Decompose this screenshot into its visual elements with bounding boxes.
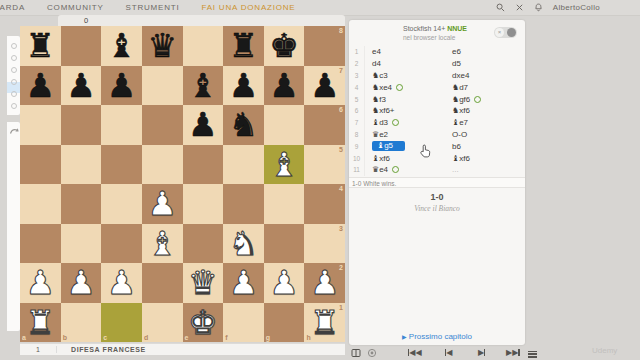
white-pawn-a2[interactable]: ♟ (20, 263, 61, 303)
black-move-5[interactable]: ♞gf6 (445, 93, 525, 105)
nav-item-guarda[interactable]: GUARDA (0, 3, 25, 12)
result-strip: 1-0 White wins. (349, 177, 525, 188)
square-e8[interactable] (183, 26, 224, 66)
menu-icon[interactable] (528, 346, 537, 359)
coord-file-d: d (144, 334, 148, 341)
next-chapter-label: Prossimo capitolo (409, 332, 472, 341)
square-b2[interactable]: ♟ (61, 263, 102, 303)
white-bishop-d3[interactable]: ♝ (142, 224, 183, 264)
square-g2[interactable]: ♟ (264, 263, 305, 303)
square-b6[interactable] (61, 105, 102, 145)
square-b1[interactable]: b (61, 303, 102, 343)
coord-file-c: c (103, 334, 107, 341)
square-c3[interactable] (101, 224, 142, 264)
white-move-7[interactable]: ♝d3 (365, 117, 445, 129)
square-d8[interactable]: ♛ (142, 26, 183, 66)
square-e1[interactable]: ♚e (183, 303, 224, 343)
back-icon[interactable]: ◀ (445, 346, 452, 359)
white-move-9[interactable]: ♝g5 (365, 140, 445, 152)
move-number: 6 (349, 105, 365, 117)
square-f6[interactable]: ♞ (223, 105, 264, 145)
coord-rank-4: 4 (339, 185, 343, 192)
square-a4[interactable] (20, 184, 61, 224)
square-g1[interactable]: g (264, 303, 305, 343)
coord-rank-7: 7 (339, 67, 343, 74)
square-f3[interactable]: ♞ (223, 224, 264, 264)
nav-item-donate[interactable]: FAI UNA DONAZIONE (201, 3, 295, 12)
engine-toggle[interactable]: × (494, 27, 517, 38)
move-row-1: 1e4e6 (349, 46, 525, 58)
black-rook-a8[interactable]: ♜ (20, 26, 61, 66)
white-king-e1[interactable]: ♚ (183, 303, 224, 343)
to-end-icon[interactable]: ▶▶ (506, 346, 520, 359)
coord-file-f: f (225, 334, 227, 341)
white-knight-f3[interactable]: ♞ (223, 224, 264, 264)
square-f7[interactable]: ♟ (223, 66, 264, 106)
white-move-6[interactable]: ♞xf6+ (365, 105, 445, 117)
radio-icon[interactable] (11, 79, 17, 85)
square-h4[interactable]: 4 (304, 184, 345, 224)
engine-nnue-badge: NNUE (447, 25, 467, 32)
white-move-8[interactable]: ♛e2 (365, 129, 445, 141)
square-d1[interactable]: d (142, 303, 183, 343)
square-a6[interactable] (20, 105, 61, 145)
square-g4[interactable] (264, 184, 305, 224)
black-move-1[interactable]: e6 (445, 46, 525, 58)
square-c7[interactable]: ♟ (101, 66, 142, 106)
white-move-2[interactable]: d4 (365, 58, 445, 70)
square-h2[interactable]: ♟2 (304, 263, 345, 303)
white-queen-e2[interactable]: ♛ (183, 263, 224, 303)
move-number: 1 (349, 46, 365, 58)
move-row-5: 5♞f3♞gf6 (349, 93, 525, 105)
radio-icon[interactable] (11, 91, 17, 97)
black-move-4[interactable]: ♞d7 (445, 81, 525, 93)
black-move-7[interactable]: ♝e7 (445, 117, 525, 129)
square-c4[interactable] (101, 184, 142, 224)
move-number: 4 (349, 81, 365, 93)
white-move-5[interactable]: ♞f3 (365, 93, 445, 105)
square-h6[interactable]: 6 (304, 105, 345, 145)
square-g7[interactable]: ♟ (264, 66, 305, 106)
square-e7[interactable]: ♝ (183, 66, 224, 106)
square-b3[interactable] (61, 224, 102, 264)
square-f1[interactable]: f (223, 303, 264, 343)
white-pawn-b2[interactable]: ♟ (61, 263, 102, 303)
square-a3[interactable] (20, 224, 61, 264)
white-pawn-g2[interactable]: ♟ (264, 263, 305, 303)
left-panel-fragment-top (7, 36, 20, 115)
black-move-9[interactable]: b6 (445, 140, 525, 152)
square-f4[interactable] (223, 184, 264, 224)
left-panel-fragment-bottom (7, 122, 20, 331)
forward-icon[interactable]: ▶ (478, 346, 485, 359)
square-b4[interactable] (61, 184, 102, 224)
toggle-x-icon: × (495, 28, 504, 37)
coord-file-g: g (266, 334, 270, 341)
chapter-bar[interactable]: 1 DIFESA FRANCESE (20, 343, 345, 355)
black-move-3[interactable]: dxe4 (445, 70, 525, 82)
black-move-10[interactable]: ♝xf6 (445, 152, 525, 164)
black-pawn-b7[interactable]: ♟ (61, 66, 102, 106)
square-b5[interactable] (61, 145, 102, 185)
black-pawn-a7[interactable]: ♟ (20, 66, 61, 106)
move-list: 1e4e62d4d53♞c3dxe44♞xe4♞d75♞f3♞gf66♞xf6+… (349, 46, 525, 176)
board-tab-strip[interactable]: 0 (58, 15, 345, 26)
move-row-4: 4♞xe4♞d7 (349, 81, 525, 93)
white-bishop-g5[interactable]: ♝ (264, 145, 305, 185)
square-g3[interactable] (264, 224, 305, 264)
move-number: 10 (349, 152, 365, 164)
black-bishop-e7[interactable]: ♝ (183, 66, 224, 106)
square-c6[interactable] (101, 105, 142, 145)
coord-rank-5: 5 (339, 146, 343, 153)
square-h5[interactable]: 5 (304, 145, 345, 185)
black-move-8[interactable]: O-O (445, 129, 525, 141)
nav-item-strumenti[interactable]: STRUMENTI (126, 3, 180, 12)
watermark: Udemy (592, 346, 617, 355)
white-pawn-c2[interactable]: ♟ (101, 263, 142, 303)
square-e2[interactable]: ♛ (183, 263, 224, 303)
square-d7[interactable] (142, 66, 183, 106)
square-h8[interactable]: 8 (304, 26, 345, 66)
square-f5[interactable] (223, 145, 264, 185)
black-move-6[interactable]: ♞xf6 (445, 105, 525, 117)
square-g8[interactable]: ♚ (264, 26, 305, 66)
move-row-6: 6♞xf6+♞xf6 (349, 105, 525, 117)
annotation-circle-icon (392, 166, 399, 173)
black-bishop-c8[interactable]: ♝ (101, 26, 142, 66)
move-number: 2 (349, 58, 365, 70)
white-pawn-d4[interactable]: ♟ (142, 184, 183, 224)
square-a5[interactable] (20, 145, 61, 185)
move-row-3: 3♞c3dxe4 (349, 70, 525, 82)
search-icon[interactable] (496, 3, 505, 12)
radio-icon[interactable] (11, 55, 17, 61)
move-row-9: 9♝g5b6 (349, 140, 525, 152)
square-e4[interactable] (183, 184, 224, 224)
square-c1[interactable]: c (101, 303, 142, 343)
white-move-3[interactable]: ♞c3 (365, 70, 445, 82)
white-move-11[interactable]: ♛e4 (365, 164, 445, 176)
top-nav: GUARDA COMMUNITY STRUMENTI FAI UNA DONAZ… (0, 0, 640, 16)
coord-file-e: e (185, 334, 189, 341)
square-e3[interactable] (183, 224, 224, 264)
chapter-title: DIFESA FRANCESE (57, 346, 146, 353)
nav-user-area: AlbertoCollo (496, 3, 600, 12)
board-icon[interactable] (351, 346, 361, 360)
cross-icon[interactable] (515, 3, 524, 12)
coord-rank-8: 8 (339, 27, 343, 34)
square-d4[interactable]: ♟ (142, 184, 183, 224)
square-h7[interactable]: ♟7 (304, 66, 345, 106)
square-c2[interactable]: ♟ (101, 263, 142, 303)
square-d2[interactable] (142, 263, 183, 303)
annotation-circle-icon (396, 84, 403, 91)
black-rook-f8[interactable]: ♜ (223, 26, 264, 66)
move-row-10: 10♝xf6♝xf6 (349, 152, 525, 164)
radio-icon[interactable] (11, 103, 17, 109)
username[interactable]: AlbertoCollo (553, 3, 600, 12)
square-f2[interactable]: ♟ (223, 263, 264, 303)
engine-location: nel browser locale (403, 33, 467, 42)
square-d3[interactable]: ♝ (142, 224, 183, 264)
square-d6[interactable] (142, 105, 183, 145)
study-screen: GUARDA COMMUNITY STRUMENTI FAI UNA DONAZ… (0, 0, 640, 360)
square-g5[interactable]: ♝ (264, 145, 305, 185)
analysis-panel: Stockfish 14+ NNUE nel browser locale × … (349, 20, 525, 345)
square-d5[interactable] (142, 145, 183, 185)
coord-file-b: b (63, 334, 67, 341)
square-a8[interactable]: ♜ (20, 26, 61, 66)
move-number: 7 (349, 117, 365, 129)
radio-icon[interactable] (11, 67, 17, 73)
white-rook-a1[interactable]: ♜ (20, 303, 61, 343)
square-e5[interactable] (183, 145, 224, 185)
square-b7[interactable]: ♟ (61, 66, 102, 106)
chess-board[interactable]: ♜♝♛♜♚8♟♟♟♝♟♟♟7♟♞6♝5♟4♝♞3♟♟♟♛♟♟♟2♜abcd♚ef… (20, 26, 345, 342)
nav-menu: GUARDA COMMUNITY STRUMENTI FAI UNA DONAZ… (0, 3, 296, 12)
black-move-11[interactable]: ... (445, 164, 525, 176)
toggle-knob (507, 28, 516, 37)
square-a7[interactable]: ♟ (20, 66, 61, 106)
white-move-4[interactable]: ♞xe4 (365, 81, 445, 93)
move-row-11: 11♛e4... (349, 164, 525, 176)
coord-rank-6: 6 (339, 106, 343, 113)
radio-icon[interactable] (11, 43, 17, 49)
square-c8[interactable]: ♝ (101, 26, 142, 66)
annotation-circle-icon (474, 96, 481, 103)
coord-rank-1: 1 (339, 304, 343, 311)
coord-rank-2: 2 (339, 264, 343, 271)
nav-item-community[interactable]: COMMUNITY (47, 3, 104, 12)
square-g6[interactable] (264, 105, 305, 145)
move-row-2: 2d4d5 (349, 58, 525, 70)
black-pawn-f7[interactable]: ♟ (223, 66, 264, 106)
white-pawn-f2[interactable]: ♟ (223, 263, 264, 303)
study-controls: ◀◀ ◀ ▶ ▶▶ (345, 346, 545, 359)
black-king-g8[interactable]: ♚ (264, 26, 305, 66)
square-a2[interactable]: ♟ (20, 263, 61, 303)
black-queen-d8[interactable]: ♛ (142, 26, 183, 66)
black-pawn-g7[interactable]: ♟ (264, 66, 305, 106)
square-c5[interactable] (101, 145, 142, 185)
move-row-8: 8♛e2O-O (349, 129, 525, 141)
square-h1[interactable]: ♜h1 (304, 303, 345, 343)
target-icon[interactable] (367, 346, 377, 360)
next-chapter-link[interactable]: ▶ Prossimo capitolo (349, 332, 525, 341)
square-e6[interactable]: ♟ (183, 105, 224, 145)
bell-icon[interactable] (534, 3, 543, 12)
curved-arrow-icon[interactable] (9, 127, 20, 136)
coord-rank-3: 3 (339, 225, 343, 232)
move-number: 5 (349, 93, 365, 105)
square-a1[interactable]: ♜a (20, 303, 61, 343)
black-knight-f6[interactable]: ♞ (223, 105, 264, 145)
play-icon: ▶ (402, 334, 407, 340)
result-score: 1-0 (349, 192, 525, 202)
annotation-circle-icon (392, 119, 399, 126)
black-pawn-c7[interactable]: ♟ (101, 66, 142, 106)
engine-info: Stockfish 14+ NNUE nel browser locale (403, 24, 467, 42)
move-row-7: 7♝d3♝e7 (349, 117, 525, 129)
black-pawn-e6[interactable]: ♟ (183, 105, 224, 145)
to-start-icon[interactable]: ◀◀ (408, 346, 422, 359)
engine-name: Stockfish 14+ (403, 25, 445, 32)
coord-file-h: h (306, 334, 310, 341)
square-h3[interactable]: 3 (304, 224, 345, 264)
move-number: 8 (349, 129, 365, 141)
coord-file-a: a (22, 334, 26, 341)
black-move-2[interactable]: d5 (445, 58, 525, 70)
white-move-1[interactable]: e4 (365, 46, 445, 58)
square-f8[interactable]: ♜ (223, 26, 264, 66)
square-b8[interactable] (61, 26, 102, 66)
board-tab-label: 0 (84, 15, 88, 26)
result-subtitle: Vince il Bianco (349, 204, 525, 213)
white-move-10[interactable]: ♝xf6 (365, 152, 445, 164)
move-number: 3 (349, 70, 365, 82)
chapter-number: 1 (20, 346, 57, 353)
move-number: 9 (349, 140, 365, 152)
move-number: 11 (349, 164, 365, 176)
